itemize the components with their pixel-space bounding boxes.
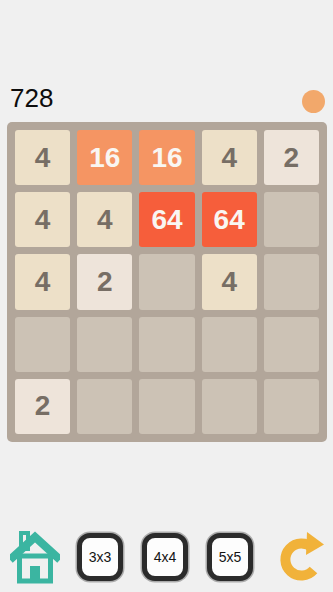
board[interactable]: 41616424464644242 [7,122,327,442]
empty-cell [264,254,319,309]
tile-16: 16 [77,130,132,185]
empty-cell [15,317,70,372]
empty-cell [264,317,319,372]
tile-2: 2 [77,254,132,309]
empty-cell [77,379,132,434]
tile-4: 4 [15,192,70,247]
empty-cell [264,192,319,247]
new-tile-indicator-dot [302,90,325,113]
empty-cell [264,379,319,434]
tile-64: 64 [139,192,194,247]
empty-cell [139,317,194,372]
home-button[interactable] [10,529,60,584]
toolbar: 3x3 4x4 5x5 [0,525,333,592]
empty-cell [139,254,194,309]
tile-4: 4 [77,192,132,247]
tile-2: 2 [15,379,70,434]
empty-cell [139,379,194,434]
tile-4: 4 [202,254,257,309]
tile-2: 2 [264,130,319,185]
empty-cell [202,317,257,372]
tile-4: 4 [15,254,70,309]
empty-cell [202,379,257,434]
game-screen: 728 41616424464644242 3x3 4x4 5x5 [0,0,333,592]
tile-64: 64 [202,192,257,247]
home-icon [10,572,60,587]
grid-size-button-5x5[interactable]: 5x5 [207,533,253,581]
grid-size-button-4x4[interactable]: 4x4 [142,533,188,581]
refresh-arrow-icon [277,573,325,588]
score: 728 [10,85,53,112]
tile-16: 16 [139,130,194,185]
restart-button[interactable] [277,529,325,585]
empty-cell [77,317,132,372]
tile-4: 4 [15,130,70,185]
grid-size-button-3x3[interactable]: 3x3 [77,533,123,581]
tile-4: 4 [202,130,257,185]
